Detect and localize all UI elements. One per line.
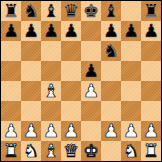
square-g1[interactable]: ♞ bbox=[121, 141, 141, 161]
square-f6[interactable]: ♞ bbox=[101, 41, 121, 61]
square-e4[interactable]: ♟ bbox=[81, 81, 101, 101]
square-h1[interactable]: ♜ bbox=[141, 141, 161, 161]
square-e3[interactable] bbox=[81, 101, 101, 121]
square-f3[interactable] bbox=[101, 101, 121, 121]
piece-black-knight[interactable]: ♞ bbox=[103, 41, 119, 61]
square-f7[interactable]: ♟ bbox=[101, 21, 121, 41]
piece-white-rook[interactable]: ♜ bbox=[143, 141, 159, 161]
square-h4[interactable] bbox=[141, 81, 161, 101]
square-g3[interactable] bbox=[121, 101, 141, 121]
square-b3[interactable] bbox=[21, 101, 41, 121]
piece-black-pawn[interactable]: ♟ bbox=[3, 21, 19, 41]
piece-white-bishop[interactable]: ♝ bbox=[43, 81, 59, 101]
square-c4[interactable]: ♝ bbox=[41, 81, 61, 101]
square-b4[interactable] bbox=[21, 81, 41, 101]
square-f1[interactable] bbox=[101, 141, 121, 161]
piece-white-pawn[interactable]: ♟ bbox=[83, 81, 99, 101]
square-a5[interactable] bbox=[1, 61, 21, 81]
square-b2[interactable]: ♟ bbox=[21, 121, 41, 141]
square-g6[interactable] bbox=[121, 41, 141, 61]
piece-black-pawn[interactable]: ♟ bbox=[23, 21, 39, 41]
piece-black-queen[interactable]: ♛ bbox=[63, 1, 79, 21]
square-f4[interactable] bbox=[101, 81, 121, 101]
square-h2[interactable]: ♟ bbox=[141, 121, 161, 141]
square-d4[interactable] bbox=[61, 81, 81, 101]
square-d8[interactable]: ♛ bbox=[61, 1, 81, 21]
square-e8[interactable]: ♚ bbox=[81, 1, 101, 21]
square-d3[interactable] bbox=[61, 101, 81, 121]
square-h7[interactable]: ♟ bbox=[141, 21, 161, 41]
piece-black-pawn[interactable]: ♟ bbox=[143, 21, 159, 41]
square-a7[interactable]: ♟ bbox=[1, 21, 21, 41]
piece-white-bishop[interactable]: ♝ bbox=[43, 141, 59, 161]
square-c8[interactable]: ♝ bbox=[41, 1, 61, 21]
square-f8[interactable]: ♝ bbox=[101, 1, 121, 21]
piece-white-pawn[interactable]: ♟ bbox=[23, 121, 39, 141]
piece-white-knight[interactable]: ♞ bbox=[123, 141, 139, 161]
square-h8[interactable]: ♜ bbox=[141, 1, 161, 21]
square-g5[interactable] bbox=[121, 61, 141, 81]
piece-black-rook[interactable]: ♜ bbox=[3, 1, 19, 21]
square-g8[interactable] bbox=[121, 1, 141, 21]
square-d1[interactable]: ♛ bbox=[61, 141, 81, 161]
piece-black-king[interactable]: ♚ bbox=[83, 1, 99, 21]
piece-white-pawn[interactable]: ♟ bbox=[43, 121, 59, 141]
square-a1[interactable]: ♜ bbox=[1, 141, 21, 161]
square-c5[interactable] bbox=[41, 61, 61, 81]
square-b1[interactable]: ♞ bbox=[21, 141, 41, 161]
piece-black-rook[interactable]: ♜ bbox=[143, 1, 159, 21]
square-d7[interactable]: ♟ bbox=[61, 21, 81, 41]
square-a6[interactable] bbox=[1, 41, 21, 61]
piece-white-pawn[interactable]: ♟ bbox=[103, 121, 119, 141]
square-h5[interactable] bbox=[141, 61, 161, 81]
square-g7[interactable]: ♟ bbox=[121, 21, 141, 41]
square-c2[interactable]: ♟ bbox=[41, 121, 61, 141]
piece-black-bishop[interactable]: ♝ bbox=[103, 1, 119, 21]
square-e2[interactable] bbox=[81, 121, 101, 141]
piece-white-rook[interactable]: ♜ bbox=[3, 141, 19, 161]
square-c3[interactable] bbox=[41, 101, 61, 121]
square-a2[interactable]: ♟ bbox=[1, 121, 21, 141]
square-a4[interactable] bbox=[1, 81, 21, 101]
square-f5[interactable] bbox=[101, 61, 121, 81]
square-e5[interactable]: ♟ bbox=[81, 61, 101, 81]
square-h3[interactable] bbox=[141, 101, 161, 121]
square-b7[interactable]: ♟ bbox=[21, 21, 41, 41]
piece-black-pawn[interactable]: ♟ bbox=[63, 21, 79, 41]
square-a8[interactable]: ♜ bbox=[1, 1, 21, 21]
piece-white-pawn[interactable]: ♟ bbox=[3, 121, 19, 141]
square-c7[interactable]: ♟ bbox=[41, 21, 61, 41]
square-b6[interactable] bbox=[21, 41, 41, 61]
piece-black-pawn[interactable]: ♟ bbox=[43, 21, 59, 41]
square-e7[interactable] bbox=[81, 21, 101, 41]
square-d2[interactable]: ♟ bbox=[61, 121, 81, 141]
piece-black-pawn[interactable]: ♟ bbox=[83, 61, 99, 81]
piece-white-pawn[interactable]: ♟ bbox=[123, 121, 139, 141]
square-f2[interactable]: ♟ bbox=[101, 121, 121, 141]
square-g2[interactable]: ♟ bbox=[121, 121, 141, 141]
chess-board: ♜♞♝♛♚♝♜♟♟♟♟♟♟♟♞♟♝♟♟♟♟♟♟♟♟♜♞♝♛♚♞♜ bbox=[0, 0, 162, 162]
square-a3[interactable] bbox=[1, 101, 21, 121]
square-e1[interactable]: ♚ bbox=[81, 141, 101, 161]
square-d6[interactable] bbox=[61, 41, 81, 61]
piece-white-knight[interactable]: ♞ bbox=[23, 141, 39, 161]
piece-black-knight[interactable]: ♞ bbox=[23, 1, 39, 21]
square-e6[interactable] bbox=[81, 41, 101, 61]
square-c6[interactable] bbox=[41, 41, 61, 61]
square-b5[interactable] bbox=[21, 61, 41, 81]
square-c1[interactable]: ♝ bbox=[41, 141, 61, 161]
square-b8[interactable]: ♞ bbox=[21, 1, 41, 21]
piece-black-pawn[interactable]: ♟ bbox=[103, 21, 119, 41]
piece-white-pawn[interactable]: ♟ bbox=[63, 121, 79, 141]
piece-white-queen[interactable]: ♛ bbox=[63, 141, 79, 161]
piece-black-bishop[interactable]: ♝ bbox=[43, 1, 59, 21]
piece-black-pawn[interactable]: ♟ bbox=[123, 21, 139, 41]
piece-white-king[interactable]: ♚ bbox=[83, 141, 99, 161]
square-d5[interactable] bbox=[61, 61, 81, 81]
piece-white-pawn[interactable]: ♟ bbox=[143, 121, 159, 141]
square-g4[interactable] bbox=[121, 81, 141, 101]
square-h6[interactable] bbox=[141, 41, 161, 61]
